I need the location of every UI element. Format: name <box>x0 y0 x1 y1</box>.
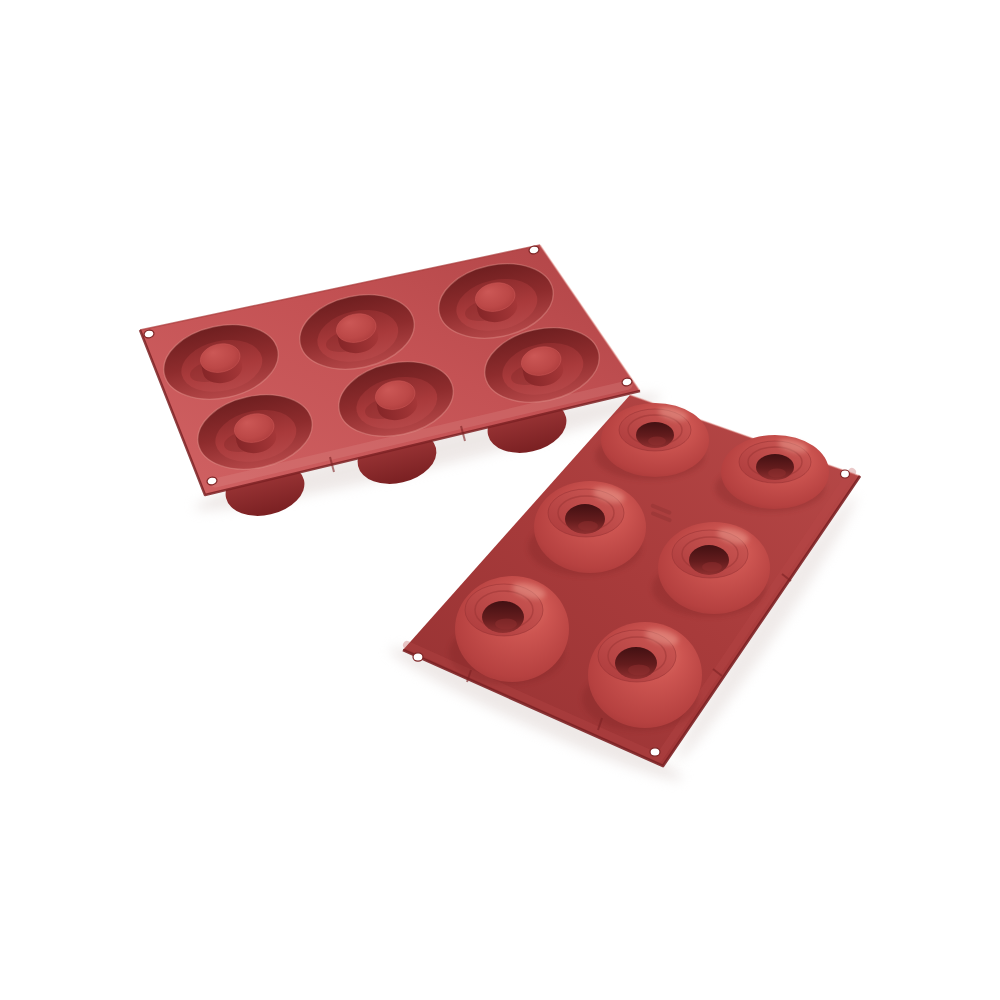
hole-inner-light <box>768 469 786 478</box>
hole-inner-light <box>702 562 722 572</box>
hole-inner-light <box>628 665 650 676</box>
hole-inner-light <box>648 437 666 446</box>
photo-canvas <box>0 0 1000 1000</box>
product-photo: Two red six-cavity silicone donut baking… <box>0 0 1000 1000</box>
hole-inner-light <box>578 521 598 531</box>
hanging-hole <box>413 653 423 661</box>
hanging-hole <box>841 470 850 478</box>
hanging-hole <box>650 748 660 756</box>
hole-inner-light <box>495 619 517 630</box>
